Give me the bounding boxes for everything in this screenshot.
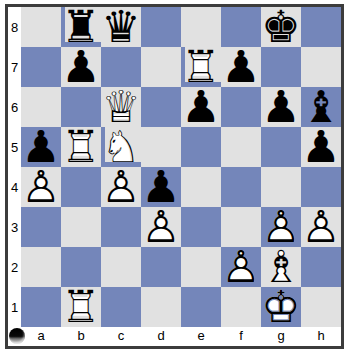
- piece-black-pawn-h5: ♟: [301, 127, 341, 167]
- square-a6[interactable]: [21, 87, 61, 127]
- square-e6[interactable]: ♟: [181, 87, 221, 127]
- piece-white-pawn-c4: ♙: [101, 167, 141, 207]
- square-g2[interactable]: ♝♗: [261, 247, 301, 287]
- rank-label-6: 6: [8, 87, 21, 127]
- square-d1[interactable]: [141, 287, 181, 327]
- square-c8[interactable]: ♛: [101, 7, 141, 47]
- square-e7[interactable]: ♜♖: [181, 47, 221, 87]
- piece-black-pawn-d4: ♟: [141, 167, 181, 207]
- rank-labels: 87654321: [8, 7, 21, 327]
- rank-label-1: 1: [8, 287, 21, 327]
- square-f6[interactable]: [221, 87, 261, 127]
- square-a5[interactable]: ♟: [21, 127, 61, 167]
- file-label-c: c: [101, 327, 141, 346]
- square-g4[interactable]: [261, 167, 301, 207]
- piece-white-king-g1: ♔: [261, 287, 301, 327]
- square-b1[interactable]: ♜♖: [61, 287, 101, 327]
- piece-black-queen-c8: ♛: [101, 7, 141, 47]
- piece-white-queen-c6: ♕: [101, 87, 141, 127]
- square-f1[interactable]: [221, 287, 261, 327]
- piece-white-rook-b5: ♖: [61, 127, 101, 167]
- white-rook-fill: ♜: [61, 127, 101, 167]
- square-e8[interactable]: [181, 7, 221, 47]
- square-c5[interactable]: ♞♘: [101, 127, 141, 167]
- square-b5[interactable]: ♜♖: [61, 127, 101, 167]
- piece-black-pawn-f7: ♟: [221, 47, 261, 87]
- file-label-h: h: [301, 327, 341, 346]
- square-f8[interactable]: [221, 7, 261, 47]
- file-label-f: f: [221, 327, 261, 346]
- square-a1[interactable]: [21, 287, 61, 327]
- square-b3[interactable]: [61, 207, 101, 247]
- square-e3[interactable]: [181, 207, 221, 247]
- rank-label-7: 7: [8, 47, 21, 87]
- square-f7[interactable]: ♟: [221, 47, 261, 87]
- square-b8[interactable]: ♜: [61, 7, 101, 47]
- square-h6[interactable]: ♝: [301, 87, 341, 127]
- square-h5[interactable]: ♟: [301, 127, 341, 167]
- square-h8[interactable]: [301, 7, 341, 47]
- square-c3[interactable]: [101, 207, 141, 247]
- white-rook-fill: ♜: [61, 287, 101, 327]
- square-b7[interactable]: ♟: [61, 47, 101, 87]
- white-pawn-fill: ♟: [301, 207, 341, 247]
- piece-black-bishop-h6: ♝: [301, 87, 341, 127]
- square-d4[interactable]: ♟: [141, 167, 181, 207]
- file-label-d: d: [141, 327, 181, 346]
- square-f3[interactable]: [221, 207, 261, 247]
- square-g5[interactable]: [261, 127, 301, 167]
- piece-white-bishop-g2: ♗: [261, 247, 301, 287]
- rank-label-8: 8: [8, 7, 21, 47]
- file-label-b: b: [61, 327, 101, 346]
- square-f2[interactable]: ♟♙: [221, 247, 261, 287]
- side-to-move-indicator: [9, 328, 25, 344]
- piece-black-pawn-g6: ♟: [261, 87, 301, 127]
- file-label-e: e: [181, 327, 221, 346]
- square-g6[interactable]: ♟: [261, 87, 301, 127]
- board-frame: 87654321 ♜♛♚♟♜♖♟♛♕♟♟♝♟♜♖♞♘♟♟♙♟♙♟♟♙♟♙♟♙♟♙…: [5, 4, 344, 349]
- rank-label-3: 3: [8, 207, 21, 247]
- rank-label-5: 5: [8, 127, 21, 167]
- square-b6[interactable]: [61, 87, 101, 127]
- square-d2[interactable]: [141, 247, 181, 287]
- white-pawn-fill: ♟: [101, 167, 141, 207]
- piece-black-pawn-b7: ♟: [61, 47, 101, 87]
- square-e1[interactable]: [181, 287, 221, 327]
- square-c7[interactable]: [101, 47, 141, 87]
- file-label-g: g: [261, 327, 301, 346]
- file-labels: abcdefgh: [21, 327, 341, 346]
- white-bishop-fill: ♝: [261, 247, 301, 287]
- piece-white-pawn-f2: ♙: [221, 247, 261, 287]
- rank-label-4: 4: [8, 167, 21, 207]
- white-pawn-fill: ♟: [141, 207, 181, 247]
- square-a2[interactable]: [21, 247, 61, 287]
- white-queen-fill: ♛: [101, 87, 141, 127]
- square-d3[interactable]: ♟♙: [141, 207, 181, 247]
- square-b4[interactable]: [61, 167, 101, 207]
- piece-white-pawn-d3: ♙: [141, 207, 181, 247]
- piece-white-rook-b1: ♖: [61, 287, 101, 327]
- chess-board: ♜♛♚♟♜♖♟♛♕♟♟♝♟♜♖♞♘♟♟♙♟♙♟♟♙♟♙♟♙♟♙♝♗♜♖♚♔: [21, 7, 341, 327]
- square-h3[interactable]: ♟♙: [301, 207, 341, 247]
- square-e5[interactable]: [181, 127, 221, 167]
- square-g7[interactable]: [261, 47, 301, 87]
- square-c4[interactable]: ♟♙: [101, 167, 141, 207]
- square-f5[interactable]: [221, 127, 261, 167]
- white-pawn-fill: ♟: [21, 167, 61, 207]
- square-c6[interactable]: ♛♕: [101, 87, 141, 127]
- square-f4[interactable]: [221, 167, 261, 207]
- square-c1[interactable]: [101, 287, 141, 327]
- square-a3[interactable]: [21, 207, 61, 247]
- white-king-fill: ♚: [261, 287, 301, 327]
- square-h2[interactable]: [301, 247, 341, 287]
- piece-black-king-g8: ♚: [261, 7, 301, 47]
- piece-tile-background-c5: [105, 127, 141, 162]
- square-a4[interactable]: ♟♙: [21, 167, 61, 207]
- piece-black-pawn-e6: ♟: [181, 87, 221, 127]
- square-h7[interactable]: [301, 47, 341, 87]
- square-d6[interactable]: [141, 87, 181, 127]
- square-c2[interactable]: [101, 247, 141, 287]
- square-g1[interactable]: ♚♔: [261, 287, 301, 327]
- square-d5[interactable]: [141, 127, 181, 167]
- rank-label-2: 2: [8, 247, 21, 287]
- square-d8[interactable]: [141, 7, 181, 47]
- square-a8[interactable]: [21, 7, 61, 47]
- piece-white-pawn-h3: ♙: [301, 207, 341, 247]
- white-pawn-fill: ♟: [261, 207, 301, 247]
- square-d7[interactable]: [141, 47, 181, 87]
- square-a7[interactable]: [21, 47, 61, 87]
- corner-cell: [8, 327, 21, 346]
- piece-tile-background-e7: [185, 47, 221, 82]
- file-label-a: a: [21, 327, 61, 346]
- square-h1[interactable]: [301, 287, 341, 327]
- square-e4[interactable]: [181, 167, 221, 207]
- square-b2[interactable]: [61, 247, 101, 287]
- piece-white-pawn-a4: ♙: [21, 167, 61, 207]
- square-h4[interactable]: [301, 167, 341, 207]
- square-g8[interactable]: ♚: [261, 7, 301, 47]
- chess-diagram: 87654321 ♜♛♚♟♜♖♟♛♕♟♟♝♟♜♖♞♘♟♟♙♟♙♟♟♙♟♙♟♙♟♙…: [0, 0, 355, 353]
- square-e2[interactable]: [181, 247, 221, 287]
- white-pawn-fill: ♟: [221, 247, 261, 287]
- piece-tile-background-b8: [65, 7, 101, 42]
- square-g3[interactable]: ♟♙: [261, 207, 301, 247]
- piece-black-pawn-a5: ♟: [21, 127, 61, 167]
- piece-white-pawn-g3: ♙: [261, 207, 301, 247]
